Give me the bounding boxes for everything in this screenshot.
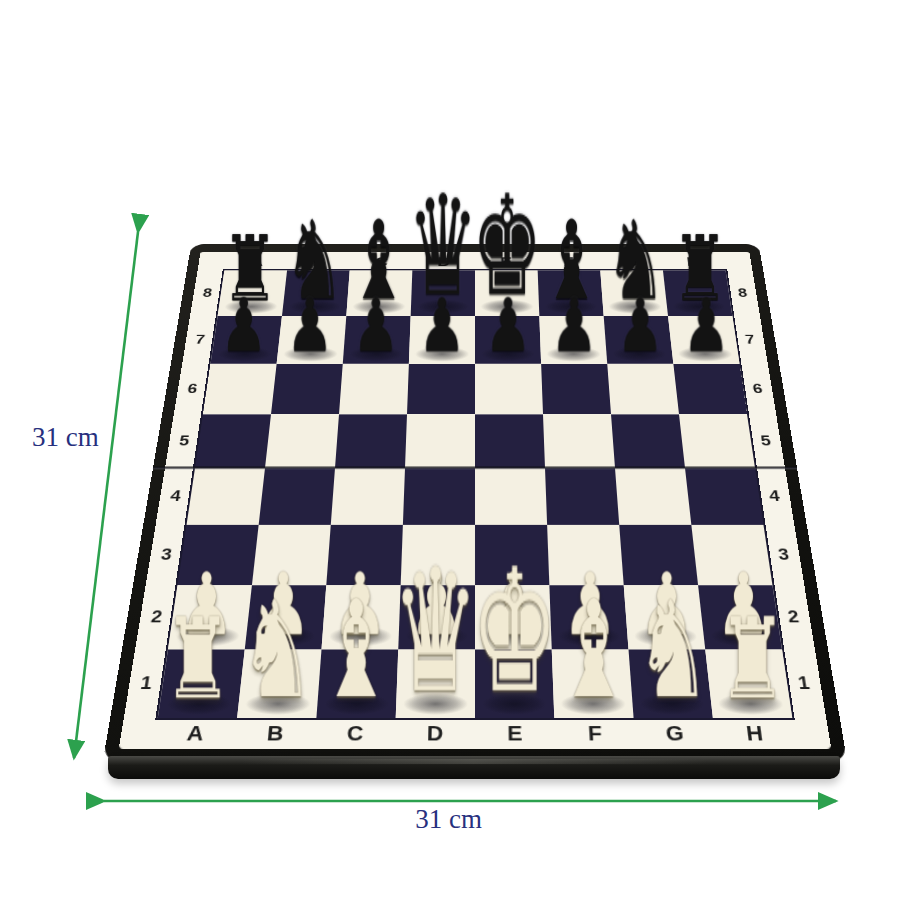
piece-white-rook: ♜ [718,604,787,716]
piece-black-pawn: ♟ [286,288,333,362]
product-photo: 31 cm 31 cm ♜♞♝♛♚♝♞♜♟♟♟♟♟♟♟♟♟♟♟♟♟♟♟♟♜♞♝♛… [0,0,900,900]
board-grid: ♜♞♝♛♚♝♞♜♟♟♟♟♟♟♟♟♟♟♟♟♟♟♟♟♜♞♝♛♚♝♞♜ [158,271,792,718]
square-b7: ♟ [277,316,347,364]
square-a4 [187,468,265,525]
square-g5 [611,414,685,468]
square-f4 [545,468,619,525]
rank-label-left-8: 8 [194,271,221,316]
piece-white-rook: ♜ [163,604,232,716]
square-g7: ♟ [604,316,674,364]
square-b6 [271,364,343,415]
coordinate-band: ♜♞♝♛♚♝♞♜♟♟♟♟♟♟♟♟♟♟♟♟♟♟♟♟♜♞♝♛♚♝♞♜ AABBCCD… [119,252,832,749]
file-label-bottom-d: D [395,719,475,748]
square-g4 [615,468,691,525]
square-c6 [339,364,409,415]
rank-label-left-7: 7 [186,316,214,364]
square-h1: ♜ [705,649,792,718]
square-c4 [331,468,405,525]
file-label-bottom-c: C [314,719,395,748]
square-h4 [685,468,763,525]
square-d4 [403,468,475,525]
piece-white-knight: ♞ [239,582,314,716]
square-b5 [265,414,339,468]
file-label-bottom-e: E [475,719,555,748]
piece-black-pawn: ♟ [352,288,399,362]
rank-label-right-5: 5 [751,414,781,468]
square-c7: ♟ [343,316,411,364]
square-g1: ♞ [629,649,713,718]
rank-label-right-4: 4 [759,468,790,525]
rank-label-left-5: 5 [169,414,199,468]
square-b4 [259,468,335,525]
square-c1: ♝ [316,649,398,718]
square-d6 [407,364,475,415]
rank-label-right-7: 7 [736,316,764,364]
square-e5 [475,414,545,468]
file-label-bottom-f: F [554,719,635,748]
square-h6 [673,364,747,415]
piece-black-pawn: ♟ [616,288,663,362]
square-a1: ♜ [158,649,245,718]
piece-black-pawn: ♟ [683,288,730,362]
square-a5 [195,414,271,468]
piece-black-pawn: ♟ [220,288,267,362]
square-d7: ♟ [409,316,475,364]
square-e4 [475,468,547,525]
width-dimension-label: 31 cm [415,804,482,835]
square-e6 [475,364,543,415]
file-label-bottom-a: A [153,719,237,748]
height-dimension-label: 31 cm [32,422,99,453]
rank-label-right-8: 8 [729,271,756,316]
rank-label-left-3: 3 [150,525,182,585]
piece-white-queen: ♛ [392,546,479,716]
square-f1: ♝ [552,649,634,718]
board-scene: ♜♞♝♛♚♝♞♜♟♟♟♟♟♟♟♟♟♟♟♟♟♟♟♟♜♞♝♛♚♝♞♜ AABBCCD… [153,146,797,790]
rank-label-right-6: 6 [743,364,772,415]
square-g6 [607,364,679,415]
rank-label-left-4: 4 [160,468,191,525]
square-d5 [405,414,475,468]
square-b1: ♞ [237,649,321,718]
file-label-bottom-h: H [713,719,797,748]
square-e7: ♟ [475,316,541,364]
square-f5 [543,414,615,468]
square-a6 [203,364,277,415]
piece-black-pawn: ♟ [418,288,465,362]
rank-label-left-6: 6 [178,364,207,415]
square-h7: ♟ [668,316,739,364]
piece-white-knight: ♞ [636,582,711,716]
square-f7: ♟ [539,316,607,364]
rank-label-right-1: 1 [786,649,821,718]
square-c5 [335,414,407,468]
square-d1: ♛ [396,649,475,718]
piece-black-pawn: ♟ [550,288,597,362]
square-a7: ♟ [211,316,282,364]
chess-board-frame: ♜♞♝♛♚♝♞♜♟♟♟♟♟♟♟♟♟♟♟♟♟♟♟♟♜♞♝♛♚♝♞♜ AABBCCD… [103,244,847,761]
piece-white-bishop: ♝ [319,582,394,716]
square-h5 [679,414,755,468]
square-f6 [541,364,611,415]
file-label-bottom-g: G [634,719,717,748]
piece-white-king: ♚ [471,546,558,716]
piece-white-bishop: ♝ [556,582,631,716]
rank-label-right-3: 3 [768,525,800,585]
file-label-bottom-b: B [234,719,317,748]
square-e1: ♚ [475,649,554,718]
piece-black-pawn: ♟ [484,288,531,362]
board-front-edge [108,756,840,779]
